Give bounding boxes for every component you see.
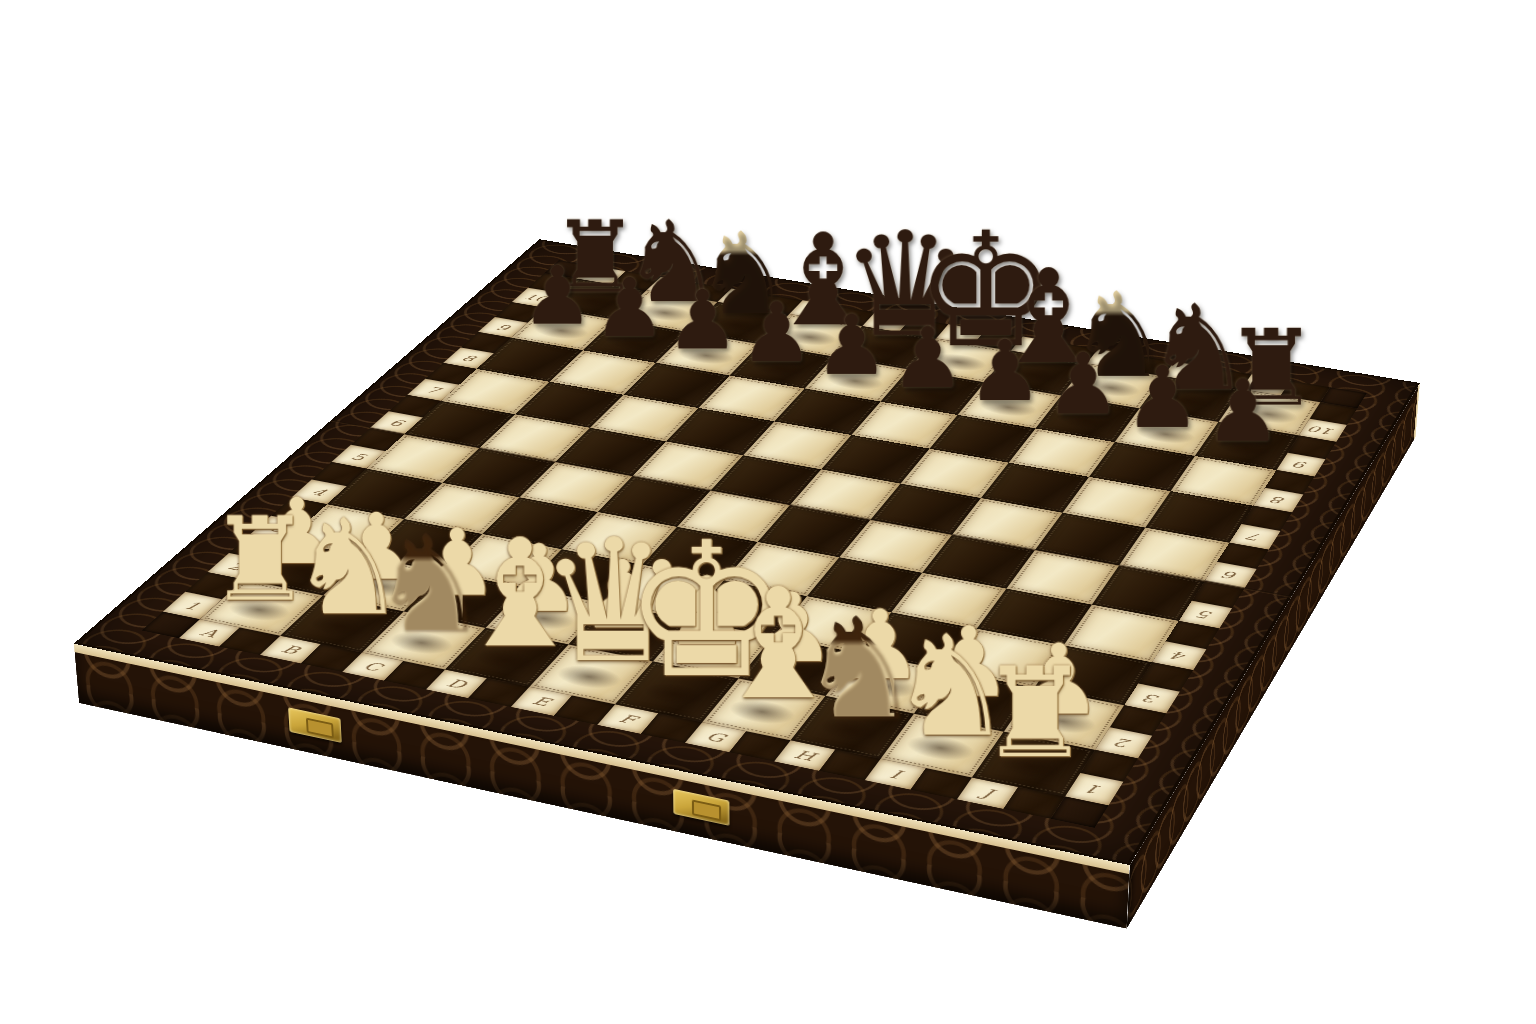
piece-black-pawn-c9: ♟ [663, 282, 743, 360]
photo-scene: ABCDEFGHIJ1098765432110987654321♜♞♞♝♛♚♝♞… [0, 0, 1536, 1024]
product-photo[interactable]: ABCDEFGHIJ1098765432110987654321♜♞♞♝♛♚♝♞… [0, 0, 1536, 1024]
file-label-d: D [443, 676, 470, 691]
file-label-h: H [791, 747, 819, 764]
rank-label-right-7: 7 [1245, 531, 1264, 544]
piece-white-knight-i1: ♞ [888, 621, 985, 753]
piece-black-pawn-j9: ♟ [1201, 371, 1285, 452]
file-label-e: E [529, 694, 555, 709]
piece-white-rook-j1: ♜ [980, 654, 1077, 772]
file-label-g: G [702, 729, 729, 745]
piece-white-king-f1: ♚ [623, 522, 717, 699]
rank-label-left-8: 8 [458, 353, 478, 364]
rank-label-right-6: 6 [1221, 568, 1241, 581]
brass-latch-left [288, 707, 342, 743]
piece-black-pawn-e9: ♟ [811, 306, 892, 385]
rank-label-right-9: 9 [1292, 459, 1310, 471]
rank-label-left-6: 6 [386, 417, 407, 428]
piece-black-pawn-g9: ♟ [964, 332, 1046, 412]
file-label-c: C [360, 659, 387, 674]
chess-box: ABCDEFGHIJ1098765432110987654321♜♞♞♝♛♚♝♞… [74, 239, 1420, 865]
square-g5 [839, 520, 952, 573]
piece-white-bishop-d1: ♝ [453, 523, 546, 664]
file-label-j: J [979, 786, 997, 801]
rank-label-right-8: 8 [1269, 494, 1288, 506]
piece-white-knight-c1: ♞ [371, 522, 463, 648]
file-label-b: B [277, 642, 303, 657]
rank-label-right-2: 2 [1113, 735, 1135, 750]
rank-label-right-4: 4 [1169, 649, 1190, 663]
rank-label-left-9: 9 [493, 322, 513, 332]
file-label-i: I [887, 767, 905, 782]
piece-black-pawn-f9: ♟ [887, 319, 968, 398]
piece-black-pawn-b9: ♟ [590, 270, 669, 347]
piece-black-pawn-i9: ♟ [1121, 357, 1204, 438]
piece-black-pawn-d9: ♟ [736, 294, 816, 372]
rank-label-left-5: 5 [348, 451, 370, 463]
brass-latch-right [673, 789, 729, 826]
piece-white-queen-e1: ♛ [538, 521, 632, 682]
file-label-f: F [616, 711, 641, 726]
rank-label-right-1: 1 [1083, 781, 1105, 797]
rank-label-right-3: 3 [1142, 691, 1163, 706]
rank-label-left-1: 1 [180, 599, 204, 613]
piece-black-pawn-h9: ♟ [1042, 344, 1125, 424]
piece-white-rook-a1: ♜ [208, 505, 299, 615]
piece-white-knight-h1: ♞ [798, 604, 894, 735]
rank-label-left-7: 7 [423, 384, 444, 395]
rank-label-right-5: 5 [1195, 608, 1215, 622]
file-label-a: A [196, 626, 222, 640]
square-b5 [442, 448, 555, 497]
piece-white-knight-b1: ♞ [289, 506, 380, 631]
rank-label-right-10: 10 [1308, 424, 1338, 437]
piece-white-bishop-g1: ♝ [710, 572, 805, 717]
